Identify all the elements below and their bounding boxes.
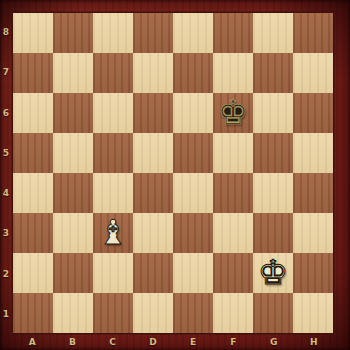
white-king[interactable]: ♚ (258, 255, 288, 289)
square-h1[interactable] (293, 293, 333, 333)
square-h2[interactable] (293, 253, 333, 293)
chess-board: ♚♝♚ (12, 12, 334, 334)
file-label-f: F (213, 334, 253, 350)
square-c6[interactable] (93, 93, 133, 133)
square-a8[interactable] (13, 13, 53, 53)
file-label-a: A (12, 334, 52, 350)
file-labels: ABCDEFGH (12, 334, 334, 350)
rank-label-8: 8 (0, 12, 12, 52)
square-b1[interactable] (53, 293, 93, 333)
square-c5[interactable] (93, 133, 133, 173)
square-b2[interactable] (53, 253, 93, 293)
file-label-e: E (173, 334, 213, 350)
square-h4[interactable] (293, 173, 333, 213)
square-b6[interactable] (53, 93, 93, 133)
rank-label-3: 3 (0, 213, 12, 253)
square-e2[interactable] (173, 253, 213, 293)
chess-board-frame: 87654321 ♚♝♚ ABCDEFGH (0, 0, 350, 350)
square-g4[interactable] (253, 173, 293, 213)
square-d4[interactable] (133, 173, 173, 213)
square-g2[interactable]: ♚ (253, 253, 293, 293)
black-king[interactable]: ♚ (218, 95, 248, 129)
square-g6[interactable] (253, 93, 293, 133)
square-h7[interactable] (293, 53, 333, 93)
rank-labels: 87654321 (0, 12, 12, 334)
square-h8[interactable] (293, 13, 333, 53)
square-c2[interactable] (93, 253, 133, 293)
square-e3[interactable] (173, 213, 213, 253)
file-label-g: G (254, 334, 294, 350)
square-f1[interactable] (213, 293, 253, 333)
square-g5[interactable] (253, 133, 293, 173)
rank-label-5: 5 (0, 133, 12, 173)
square-a3[interactable] (13, 213, 53, 253)
square-a4[interactable] (13, 173, 53, 213)
square-a2[interactable] (13, 253, 53, 293)
square-g1[interactable] (253, 293, 293, 333)
rank-label-1: 1 (0, 294, 12, 334)
square-h3[interactable] (293, 213, 333, 253)
square-b5[interactable] (53, 133, 93, 173)
square-g7[interactable] (253, 53, 293, 93)
white-bishop[interactable]: ♝ (98, 215, 128, 249)
square-f5[interactable] (213, 133, 253, 173)
square-c8[interactable] (93, 13, 133, 53)
square-a1[interactable] (13, 293, 53, 333)
square-g8[interactable] (253, 13, 293, 53)
square-e5[interactable] (173, 133, 213, 173)
square-c7[interactable] (93, 53, 133, 93)
square-d6[interactable] (133, 93, 173, 133)
square-f8[interactable] (213, 13, 253, 53)
file-label-c: C (93, 334, 133, 350)
square-d7[interactable] (133, 53, 173, 93)
square-a6[interactable] (13, 93, 53, 133)
square-c1[interactable] (93, 293, 133, 333)
square-f4[interactable] (213, 173, 253, 213)
square-b4[interactable] (53, 173, 93, 213)
square-f6[interactable]: ♚ (213, 93, 253, 133)
square-e7[interactable] (173, 53, 213, 93)
rank-label-2: 2 (0, 254, 12, 294)
square-d3[interactable] (133, 213, 173, 253)
rank-label-7: 7 (0, 52, 12, 92)
square-a5[interactable] (13, 133, 53, 173)
square-a7[interactable] (13, 53, 53, 93)
file-label-h: H (294, 334, 334, 350)
square-e8[interactable] (173, 13, 213, 53)
square-d8[interactable] (133, 13, 173, 53)
square-e1[interactable] (173, 293, 213, 333)
file-label-d: D (133, 334, 173, 350)
square-e6[interactable] (173, 93, 213, 133)
square-d1[interactable] (133, 293, 173, 333)
square-g3[interactable] (253, 213, 293, 253)
square-b8[interactable] (53, 13, 93, 53)
square-b3[interactable] (53, 213, 93, 253)
square-c3[interactable]: ♝ (93, 213, 133, 253)
square-f7[interactable] (213, 53, 253, 93)
square-e4[interactable] (173, 173, 213, 213)
square-h6[interactable] (293, 93, 333, 133)
square-d2[interactable] (133, 253, 173, 293)
square-f2[interactable] (213, 253, 253, 293)
square-h5[interactable] (293, 133, 333, 173)
square-b7[interactable] (53, 53, 93, 93)
file-label-b: B (52, 334, 92, 350)
rank-label-4: 4 (0, 173, 12, 213)
square-c4[interactable] (93, 173, 133, 213)
rank-label-6: 6 (0, 93, 12, 133)
square-f3[interactable] (213, 213, 253, 253)
square-d5[interactable] (133, 133, 173, 173)
